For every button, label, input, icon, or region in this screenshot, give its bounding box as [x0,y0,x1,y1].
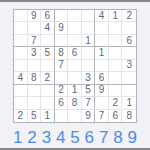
cell-r3c2[interactable]: 7 [28,35,42,47]
cell-r5c7[interactable] [95,60,109,72]
sudoku-board: 96412497163586173482362159687212519768 [13,9,137,123]
cell-r2c7[interactable] [95,22,109,34]
cell-r4c9[interactable] [122,47,136,59]
cell-r2c9[interactable] [122,22,136,34]
number-button-8[interactable]: 8 [113,129,122,146]
cell-r3c3[interactable] [41,35,55,47]
cell-r4c7[interactable]: 1 [95,47,109,59]
cell-r8c4[interactable]: 6 [55,97,69,109]
cell-r6c8[interactable] [109,72,123,84]
cell-r5c6[interactable] [82,60,96,72]
cell-r6c5[interactable] [68,72,82,84]
cell-r4c5[interactable]: 6 [68,47,82,59]
cell-r7c3[interactable] [41,85,55,97]
cell-r9c4[interactable] [55,110,69,122]
cell-r8c6[interactable]: 7 [82,97,96,109]
number-button-2[interactable]: 2 [27,129,36,146]
cell-r6c3[interactable]: 2 [41,72,55,84]
cell-r5c2[interactable] [28,60,42,72]
cell-r3c1[interactable] [14,35,28,47]
number-button-3[interactable]: 3 [42,129,51,146]
cell-r5c4[interactable]: 7 [55,60,69,72]
cell-r1c7[interactable]: 4 [95,10,109,22]
cell-r7c9[interactable] [122,85,136,97]
cell-r9c3[interactable]: 1 [41,110,55,122]
cell-r3c7[interactable] [95,35,109,47]
cell-r2c6[interactable] [82,22,96,34]
number-input-bar: 123456789 [13,127,137,147]
cell-r3c4[interactable] [55,35,69,47]
cell-r7c2[interactable] [28,85,42,97]
cell-r9c2[interactable]: 5 [28,110,42,122]
cell-r8c8[interactable]: 2 [109,97,123,109]
cell-r4c1[interactable] [14,47,28,59]
cell-r9c1[interactable]: 2 [14,110,28,122]
cell-r7c6[interactable]: 5 [82,85,96,97]
cell-r7c5[interactable]: 1 [68,85,82,97]
cell-r3c9[interactable]: 6 [122,35,136,47]
cell-r1c8[interactable]: 1 [109,10,123,22]
cell-r8c2[interactable] [28,97,42,109]
cell-r1c5[interactable] [68,10,82,22]
cell-r4c2[interactable]: 3 [28,47,42,59]
cell-r4c4[interactable]: 8 [55,47,69,59]
cell-r5c5[interactable] [68,60,82,72]
cell-r8c3[interactable] [41,97,55,109]
cell-r9c8[interactable]: 6 [109,110,123,122]
cell-r6c6[interactable]: 3 [82,72,96,84]
cell-r2c3[interactable]: 4 [41,22,55,34]
cell-r6c9[interactable] [122,72,136,84]
cell-r5c3[interactable] [41,60,55,72]
cell-r4c3[interactable]: 5 [41,47,55,59]
cell-r3c6[interactable]: 1 [82,35,96,47]
cell-r1c6[interactable] [82,10,96,22]
number-button-4[interactable]: 4 [56,129,65,146]
bottom-divider-line [0,148,150,150]
cell-r2c1[interactable] [14,22,28,34]
cell-r8c5[interactable]: 8 [68,97,82,109]
cell-r8c9[interactable]: 1 [122,97,136,109]
cell-r4c6[interactable] [82,47,96,59]
cell-r9c6[interactable]: 9 [82,110,96,122]
cell-r6c2[interactable]: 8 [28,72,42,84]
cell-r3c8[interactable] [109,35,123,47]
cell-r7c8[interactable] [109,85,123,97]
cell-r9c9[interactable]: 8 [122,110,136,122]
cell-r8c7[interactable] [95,97,109,109]
cell-r2c8[interactable] [109,22,123,34]
cell-r4c8[interactable] [109,47,123,59]
number-button-5[interactable]: 5 [70,129,79,146]
cell-r1c2[interactable]: 9 [28,10,42,22]
cell-r6c7[interactable]: 6 [95,72,109,84]
cell-r5c9[interactable]: 3 [122,60,136,72]
cell-r2c5[interactable] [68,22,82,34]
top-divider-line [0,0,150,2]
cell-r8c1[interactable] [14,97,28,109]
cell-r3c5[interactable] [68,35,82,47]
number-button-7[interactable]: 7 [99,129,108,146]
cell-r2c4[interactable]: 9 [55,22,69,34]
cell-r7c4[interactable]: 2 [55,85,69,97]
cell-r6c1[interactable]: 4 [14,72,28,84]
cell-r5c8[interactable] [109,60,123,72]
number-button-9[interactable]: 9 [128,129,137,146]
cell-r1c4[interactable] [55,10,69,22]
cell-r2c2[interactable] [28,22,42,34]
number-button-1[interactable]: 1 [13,129,22,146]
cell-r5c1[interactable] [14,60,28,72]
cell-r1c3[interactable]: 6 [41,10,55,22]
cell-r1c9[interactable]: 2 [122,10,136,22]
cell-r1c1[interactable] [14,10,28,22]
cell-r9c7[interactable]: 7 [95,110,109,122]
cell-r7c1[interactable] [14,85,28,97]
cell-r6c4[interactable] [55,72,69,84]
cell-r7c7[interactable]: 9 [95,85,109,97]
cell-r9c5[interactable] [68,110,82,122]
number-button-6[interactable]: 6 [85,129,94,146]
